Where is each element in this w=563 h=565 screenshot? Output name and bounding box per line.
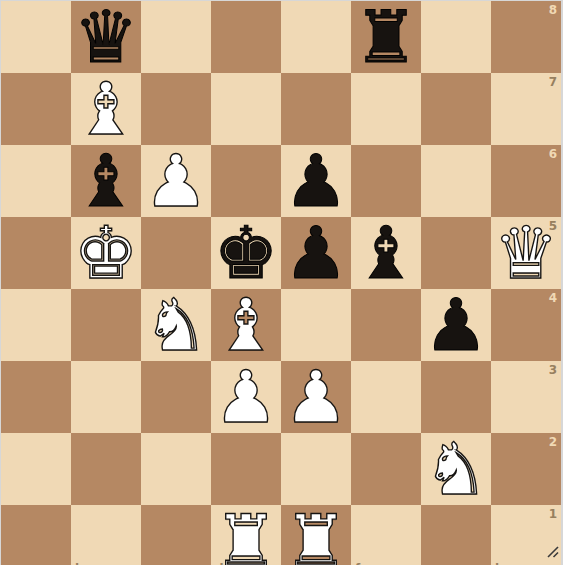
piece-white-pawn-c6[interactable]: ♟ xyxy=(144,145,209,217)
piece-white-rook-d1[interactable]: ♜ xyxy=(214,505,279,565)
square-h3[interactable]: 3 xyxy=(491,361,561,433)
square-b1[interactable]: b xyxy=(71,505,141,565)
piece-white-rook-e1[interactable]: ♜ xyxy=(284,505,349,565)
square-e5[interactable]: ♟ xyxy=(281,217,351,289)
square-f6[interactable] xyxy=(351,145,421,217)
square-f1[interactable]: f xyxy=(351,505,421,565)
square-d4[interactable]: ♝ xyxy=(211,289,281,361)
resize-grip-icon[interactable] xyxy=(545,543,559,557)
square-h4[interactable]: 4 xyxy=(491,289,561,361)
square-a7[interactable] xyxy=(1,73,71,145)
square-e7[interactable] xyxy=(281,73,351,145)
square-a8[interactable] xyxy=(1,1,71,73)
square-d6[interactable] xyxy=(211,145,281,217)
square-c1[interactable]: c xyxy=(141,505,211,565)
square-g6[interactable] xyxy=(421,145,491,217)
square-h6[interactable]: 6 xyxy=(491,145,561,217)
piece-white-king-b5[interactable]: ♚ xyxy=(74,217,139,289)
square-g4[interactable]: ♟ xyxy=(421,289,491,361)
square-d3[interactable]: ♟ xyxy=(211,361,281,433)
square-h5[interactable]: 5♛ xyxy=(491,217,561,289)
square-f7[interactable] xyxy=(351,73,421,145)
page: ♛♜8♝7♝♟♟6♚♚♟♝5♛♞♝♟4♟♟3♞2abcd♜e♜fg1h xyxy=(0,0,563,565)
coord-rank-6: 6 xyxy=(549,148,557,160)
square-f8[interactable]: ♜ xyxy=(351,1,421,73)
square-b5[interactable]: ♚ xyxy=(71,217,141,289)
square-h8[interactable]: 8 xyxy=(491,1,561,73)
square-e4[interactable] xyxy=(281,289,351,361)
square-b3[interactable] xyxy=(71,361,141,433)
piece-black-bishop-b6[interactable]: ♝ xyxy=(74,145,139,217)
square-d2[interactable] xyxy=(211,433,281,505)
square-a4[interactable] xyxy=(1,289,71,361)
piece-black-bishop-f5[interactable]: ♝ xyxy=(354,217,419,289)
piece-black-pawn-e6[interactable]: ♟ xyxy=(284,145,349,217)
square-g1[interactable]: g xyxy=(421,505,491,565)
square-g8[interactable] xyxy=(421,1,491,73)
piece-white-knight-g2[interactable]: ♞ xyxy=(424,433,489,505)
square-c4[interactable]: ♞ xyxy=(141,289,211,361)
piece-white-queen-h5[interactable]: ♛ xyxy=(494,217,559,289)
coord-rank-1: 1 xyxy=(549,508,557,520)
coord-rank-8: 8 xyxy=(549,4,557,16)
square-g5[interactable] xyxy=(421,217,491,289)
square-g2[interactable]: ♞ xyxy=(421,433,491,505)
square-f2[interactable] xyxy=(351,433,421,505)
square-d8[interactable] xyxy=(211,1,281,73)
piece-black-king-d5[interactable]: ♚ xyxy=(214,217,279,289)
square-g3[interactable] xyxy=(421,361,491,433)
piece-black-pawn-g4[interactable]: ♟ xyxy=(424,289,489,361)
square-b8[interactable]: ♛ xyxy=(71,1,141,73)
square-c7[interactable] xyxy=(141,73,211,145)
square-e8[interactable] xyxy=(281,1,351,73)
square-b7[interactable]: ♝ xyxy=(71,73,141,145)
square-c8[interactable] xyxy=(141,1,211,73)
square-h7[interactable]: 7 xyxy=(491,73,561,145)
square-a3[interactable] xyxy=(1,361,71,433)
piece-black-rook-f8[interactable]: ♜ xyxy=(354,1,419,73)
piece-black-queen-b8[interactable]: ♛ xyxy=(74,1,139,73)
square-e1[interactable]: e♜ xyxy=(281,505,351,565)
square-d5[interactable]: ♚ xyxy=(211,217,281,289)
square-h2[interactable]: 2 xyxy=(491,433,561,505)
square-d7[interactable] xyxy=(211,73,281,145)
square-a1[interactable]: a xyxy=(1,505,71,565)
piece-white-knight-c4[interactable]: ♞ xyxy=(144,289,209,361)
square-c3[interactable] xyxy=(141,361,211,433)
square-c2[interactable] xyxy=(141,433,211,505)
square-b4[interactable] xyxy=(71,289,141,361)
square-a2[interactable] xyxy=(1,433,71,505)
piece-white-bishop-b7[interactable]: ♝ xyxy=(74,73,139,145)
square-c5[interactable] xyxy=(141,217,211,289)
square-a5[interactable] xyxy=(1,217,71,289)
chess-board[interactable]: ♛♜8♝7♝♟♟6♚♚♟♝5♛♞♝♟4♟♟3♞2abcd♜e♜fg1h xyxy=(1,1,561,561)
square-c6[interactable]: ♟ xyxy=(141,145,211,217)
piece-white-pawn-e3[interactable]: ♟ xyxy=(284,361,349,433)
coord-rank-2: 2 xyxy=(549,436,557,448)
square-g7[interactable] xyxy=(421,73,491,145)
square-a6[interactable] xyxy=(1,145,71,217)
square-f3[interactable] xyxy=(351,361,421,433)
square-b2[interactable] xyxy=(71,433,141,505)
square-f4[interactable] xyxy=(351,289,421,361)
square-b6[interactable]: ♝ xyxy=(71,145,141,217)
square-e3[interactable]: ♟ xyxy=(281,361,351,433)
square-d1[interactable]: d♜ xyxy=(211,505,281,565)
piece-black-pawn-e5[interactable]: ♟ xyxy=(284,217,349,289)
square-f5[interactable]: ♝ xyxy=(351,217,421,289)
square-e6[interactable]: ♟ xyxy=(281,145,351,217)
square-e2[interactable] xyxy=(281,433,351,505)
coord-rank-7: 7 xyxy=(549,76,557,88)
piece-white-pawn-d3[interactable]: ♟ xyxy=(214,361,279,433)
coord-rank-3: 3 xyxy=(549,364,557,376)
piece-white-bishop-d4[interactable]: ♝ xyxy=(214,289,279,361)
